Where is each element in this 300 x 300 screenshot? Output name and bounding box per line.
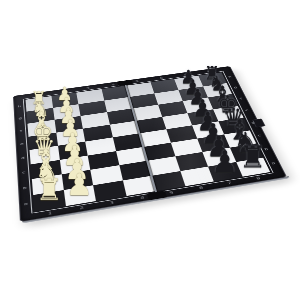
coordinate-label: a (24, 202, 28, 206)
coordinate-label: 4 (140, 196, 145, 200)
coordinate-label: e (245, 109, 249, 112)
coordinate-label: b (264, 148, 269, 151)
coordinate-label: 6 (198, 186, 203, 190)
coordinate-label: 7 (183, 73, 187, 75)
coordinate-label: a (271, 162, 276, 165)
coordinate-label: c (22, 171, 25, 174)
coordinate-label: 1 (48, 211, 52, 215)
coordinate-label: 5 (169, 191, 174, 195)
coordinate-label: 8 (207, 70, 211, 72)
coordinate-label: 3 (110, 201, 114, 205)
coordinate-label: 7 (227, 181, 232, 185)
coordinate-label: b (23, 186, 27, 190)
coordinate-label: d (251, 121, 255, 124)
coordinate-label: 1 (36, 94, 39, 97)
coordinate-label: c (258, 134, 262, 137)
coordinate-label: g (18, 117, 21, 120)
coordinate-label: 8 (256, 176, 261, 180)
board-plane: 12345678 12345678 hgfedcba hgfedcba (13, 66, 287, 222)
product-photo-chess-set: 12345678 12345678 hgfedcba hgfedcba ♜♞♝♛… (0, 0, 300, 300)
coordinate-label: 6 (159, 77, 163, 79)
coordinate-label: 4 (111, 83, 115, 86)
coordinate-label: 2 (79, 206, 83, 210)
coordinate-label: e (20, 143, 24, 146)
coordinate-label: f (20, 130, 22, 133)
coordinate-label: 3 (86, 87, 90, 90)
coordinate-label: g (233, 86, 237, 89)
coordinate-label: d (21, 156, 25, 159)
coordinate-label: 2 (62, 90, 65, 93)
coordinate-label: 5 (135, 80, 139, 83)
coordinate-label: f (240, 97, 243, 99)
coordinate-label: h (228, 76, 232, 78)
coordinate-label: h (18, 105, 21, 108)
